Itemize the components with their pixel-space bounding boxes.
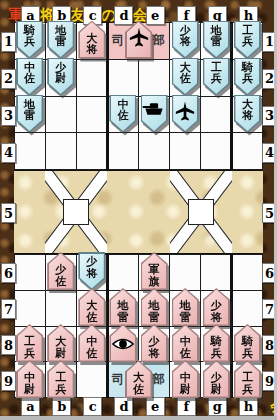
board-cell[interactable] [15, 255, 45, 290]
row-label-9: 9 [1, 371, 16, 391]
piece-e3-タンク[interactable] [141, 95, 168, 133]
plane-icon [129, 27, 149, 48]
piece-label: 地雷 [203, 25, 230, 48]
board-cell[interactable] [139, 60, 169, 96]
piece-label: 大将 [234, 99, 261, 122]
board-cell[interactable] [232, 255, 262, 290]
board-cell[interactable] [201, 97, 231, 133]
plane-icon [129, 27, 149, 52]
frame-bevel [274, 0, 277, 420]
board-cell[interactable] [201, 255, 231, 290]
piece-label: 中佐 [172, 336, 199, 359]
piece-b1-地雷[interactable]: 地雷 [47, 21, 74, 59]
piece-g1-地雷[interactable]: 地雷 [203, 21, 230, 59]
board-cell[interactable] [77, 362, 107, 397]
piece-label: 工兵 [234, 372, 261, 395]
piece-f2-大佐[interactable]: 大佐 [172, 58, 199, 96]
row-label-1: 1 [1, 32, 16, 52]
piece-label: 大佐 [172, 62, 199, 85]
piece-label: 少将 [78, 256, 105, 279]
spy-eye-icon [112, 337, 134, 351]
board-cell[interactable] [46, 291, 76, 326]
piece-c6-少将[interactable]: 少将 [78, 252, 105, 290]
piece-g9-少尉[interactable]: 少尉 [203, 360, 230, 398]
piece-h2-騎兵[interactable]: 騎兵 [234, 58, 261, 96]
frontier-crossing-right[interactable] [170, 171, 232, 253]
col-label-a: a [21, 397, 40, 416]
board-cell[interactable] [108, 255, 138, 290]
piece-label: 中尉 [16, 372, 43, 395]
row-label-5: 5 [1, 203, 16, 223]
piece-label: 工兵 [203, 62, 230, 85]
piece-label: 地雷 [172, 300, 199, 323]
piece-label: 大尉 [47, 336, 74, 359]
piece-label: 少佐 [47, 264, 74, 287]
piece-label: 地雷 [47, 25, 74, 48]
plane-icon [175, 101, 195, 122]
piece-d7-地雷[interactable]: 地雷 [109, 288, 136, 326]
piece-c7-大佐[interactable]: 大佐 [78, 288, 105, 326]
piece-h9-工兵[interactable]: 工兵 [234, 360, 261, 398]
piece-label: 大将 [78, 33, 105, 56]
piece-e6-軍旗[interactable]: 軍旗 [141, 252, 168, 290]
piece-label: 中佐 [78, 336, 105, 359]
piece-e8-少将[interactable]: 少将 [141, 324, 168, 362]
board-cell[interactable] [108, 133, 138, 169]
board-cell[interactable] [15, 291, 45, 326]
piece-label: 騎兵 [234, 336, 261, 359]
piece-d1-e1-飛行機[interactable] [125, 21, 152, 59]
row-label-8: 8 [1, 335, 16, 355]
piece-label: 地雷 [141, 300, 168, 323]
col-label-e: e [146, 397, 165, 416]
col-label-d: d [114, 397, 133, 416]
piece-c1-大将[interactable]: 大将 [78, 21, 105, 59]
piece-a2-中佐[interactable]: 中佐 [16, 58, 43, 96]
piece-label: 少尉 [203, 372, 230, 395]
board-cell[interactable] [232, 291, 262, 326]
hq-label-char: 部 [153, 32, 165, 49]
board-cell[interactable] [15, 133, 45, 169]
piece-label: 地雷 [16, 99, 43, 122]
piece-f8-中佐[interactable]: 中佐 [172, 324, 199, 362]
piece-h8-騎兵[interactable]: 騎兵 [234, 324, 261, 362]
route-line-gh-bottom [230, 254, 233, 398]
frontier-crossing-left[interactable] [45, 171, 107, 253]
piece-label: 少将 [203, 300, 230, 323]
board-cell[interactable] [77, 133, 107, 169]
piece-f3-飛行機[interactable] [172, 95, 199, 133]
piece-label: 少将 [141, 336, 168, 359]
piece-label: 少尉 [47, 62, 74, 85]
col-label-h: h [239, 397, 258, 416]
piece-label: 大佐 [78, 300, 105, 323]
piece-label: 工兵 [234, 25, 261, 48]
piece-a9-中尉[interactable]: 中尉 [16, 360, 43, 398]
board-cell[interactable] [201, 133, 231, 169]
hq-label-char: 部 [153, 371, 165, 388]
piece-label: 中佐 [109, 99, 136, 122]
piece-g8-騎兵[interactable]: 騎兵 [203, 324, 230, 362]
board-cell[interactable] [170, 133, 200, 169]
piece-f7-地雷[interactable]: 地雷 [172, 288, 199, 326]
piece-label: 中尉 [172, 372, 199, 395]
board-cell[interactable] [108, 60, 138, 96]
tank-icon [143, 101, 166, 120]
board-cell[interactable] [77, 97, 107, 133]
piece-d3-中佐[interactable]: 中佐 [109, 95, 136, 133]
piece-f1-少将[interactable]: 少将 [172, 21, 199, 59]
piece-e7-地雷[interactable]: 地雷 [141, 288, 168, 326]
route-line-gh-top [230, 22, 233, 170]
board-cell[interactable] [77, 60, 107, 96]
piece-label: 軍旗 [141, 264, 168, 287]
col-label-g: g [208, 397, 227, 416]
piece-label: 中佐 [16, 62, 43, 85]
board-cell[interactable] [46, 97, 76, 133]
piece-a1-騎兵[interactable]: 騎兵 [16, 21, 43, 59]
crossing-center-square[interactable] [188, 199, 214, 225]
piece-b2-少尉[interactable]: 少尉 [47, 58, 74, 96]
piece-b8-大尉[interactable]: 大尉 [47, 324, 74, 362]
col-label-b: b [52, 397, 71, 416]
row-label-3: 3 [1, 106, 16, 126]
board-cell[interactable] [139, 133, 169, 169]
col-label-c: c [83, 397, 102, 416]
piece-b6-少佐[interactable]: 少佐 [47, 252, 74, 290]
frame-bevel [0, 416, 277, 420]
hq-label-char: 司 [112, 32, 124, 49]
crossing-center-square[interactable] [63, 199, 89, 225]
piece-a3-地雷[interactable]: 地雷 [16, 95, 43, 133]
col-label-f: f [177, 397, 196, 416]
piece-f9-中尉[interactable]: 中尉 [172, 360, 199, 398]
board-cell[interactable] [46, 133, 76, 169]
piece-d9-e9-大佐[interactable]: 大佐 [125, 360, 152, 398]
piece-label: 大佐 [125, 372, 152, 395]
row-label-2: 2 [1, 69, 16, 89]
board-cell[interactable] [232, 133, 262, 169]
tank-icon [143, 101, 166, 116]
piece-c8-中佐[interactable]: 中佐 [78, 324, 105, 362]
row-label-4: 4 [1, 143, 16, 163]
piece-b9-工兵[interactable]: 工兵 [47, 360, 74, 398]
piece-d8-スパイ[interactable] [109, 324, 136, 362]
gunjin-shogi-board: 軍将友の会 軍将友の会 司令部 司令部 aabbccddeeffgghh1122… [0, 0, 277, 420]
frontier-zone [14, 170, 263, 254]
piece-h3-大将[interactable]: 大将 [234, 95, 261, 133]
piece-label: 騎兵 [203, 336, 230, 359]
row-label-6: 6 [1, 263, 16, 283]
plane-icon [175, 101, 195, 126]
hq-label-char: 司 [112, 371, 124, 388]
row-label-7: 7 [1, 299, 16, 319]
piece-h1-工兵[interactable]: 工兵 [234, 21, 261, 59]
piece-label: 騎兵 [234, 62, 261, 85]
spy-icon [112, 336, 134, 355]
piece-label: 騎兵 [16, 25, 43, 48]
piece-label: 工兵 [16, 336, 43, 359]
piece-label: 地雷 [109, 300, 136, 323]
board-cell[interactable] [170, 255, 200, 290]
piece-label: 工兵 [47, 372, 74, 395]
piece-label: 少将 [172, 25, 199, 48]
piece-g7-少将[interactable]: 少将 [203, 288, 230, 326]
piece-g2-工兵[interactable]: 工兵 [203, 58, 230, 96]
piece-a8-工兵[interactable]: 工兵 [16, 324, 43, 362]
